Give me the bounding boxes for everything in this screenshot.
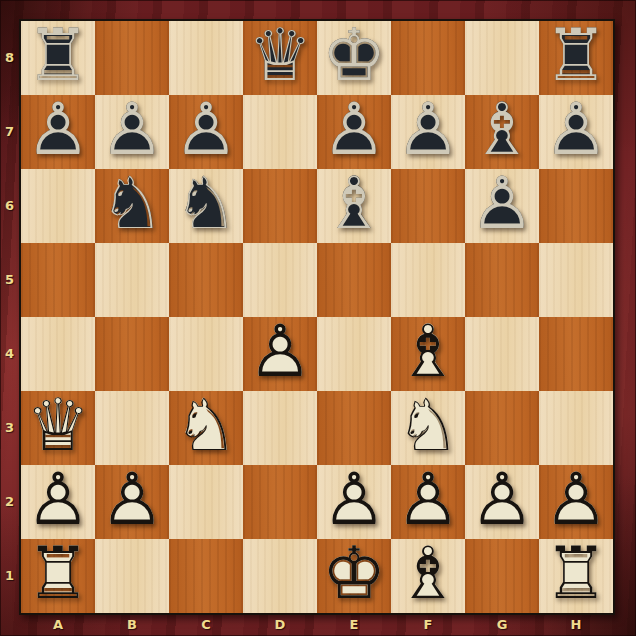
- piece-white-pawn[interactable]: ♟♙: [95, 465, 169, 539]
- square-a7[interactable]: ♟♙: [21, 95, 95, 169]
- square-f7[interactable]: ♟♙: [391, 95, 465, 169]
- piece-white-pawn[interactable]: ♟♙: [391, 465, 465, 539]
- piece-glyph-outline: ♙: [248, 315, 313, 387]
- square-c2[interactable]: [169, 465, 243, 539]
- square-f5[interactable]: [391, 243, 465, 317]
- square-e4[interactable]: [317, 317, 391, 391]
- square-f3[interactable]: ♞♘: [391, 391, 465, 465]
- square-h2[interactable]: ♟♙: [539, 465, 613, 539]
- square-h4[interactable]: [539, 317, 613, 391]
- piece-glyph-outline: ♙: [470, 463, 535, 535]
- piece-glyph-outline: ♙: [544, 463, 609, 535]
- square-c3[interactable]: ♞♘: [169, 391, 243, 465]
- square-g7[interactable]: ♝♗: [465, 95, 539, 169]
- square-b7[interactable]: ♟♙: [95, 95, 169, 169]
- square-h6[interactable]: [539, 169, 613, 243]
- square-e8[interactable]: ♚♔: [317, 21, 391, 95]
- square-c1[interactable]: [169, 539, 243, 613]
- piece-black-rook[interactable]: ♜♖: [539, 21, 613, 95]
- file-label-b: B: [95, 615, 169, 636]
- file-label-f: F: [391, 615, 465, 636]
- square-b6[interactable]: ♞♘: [95, 169, 169, 243]
- square-g8[interactable]: [465, 21, 539, 95]
- square-b1[interactable]: [95, 539, 169, 613]
- file-label-c: C: [169, 615, 243, 636]
- piece-white-king[interactable]: ♚♔: [317, 539, 391, 613]
- square-d3[interactable]: [243, 391, 317, 465]
- rank-label-3: 3: [0, 391, 19, 465]
- piece-glyph-outline: ♙: [544, 93, 609, 165]
- rank-label-5: 5: [0, 243, 19, 317]
- square-f2[interactable]: ♟♙: [391, 465, 465, 539]
- piece-glyph-outline: ♖: [544, 537, 609, 609]
- piece-black-pawn[interactable]: ♟♙: [317, 95, 391, 169]
- square-b8[interactable]: [95, 21, 169, 95]
- square-h3[interactable]: [539, 391, 613, 465]
- piece-white-pawn[interactable]: ♟♙: [21, 465, 95, 539]
- piece-glyph-outline: ♘: [174, 389, 239, 461]
- piece-black-pawn[interactable]: ♟♙: [539, 95, 613, 169]
- square-f8[interactable]: [391, 21, 465, 95]
- square-f6[interactable]: [391, 169, 465, 243]
- piece-glyph-outline: ♘: [100, 167, 165, 239]
- piece-glyph-outline: ♙: [100, 463, 165, 535]
- piece-white-rook[interactable]: ♜♖: [21, 539, 95, 613]
- square-f1[interactable]: ♝♗: [391, 539, 465, 613]
- square-h1[interactable]: ♜♖: [539, 539, 613, 613]
- square-d2[interactable]: [243, 465, 317, 539]
- square-g2[interactable]: ♟♙: [465, 465, 539, 539]
- square-d4[interactable]: ♟♙: [243, 317, 317, 391]
- piece-black-pawn[interactable]: ♟♙: [21, 95, 95, 169]
- piece-glyph-outline: ♔: [322, 19, 387, 91]
- piece-white-pawn[interactable]: ♟♙: [317, 465, 391, 539]
- square-d5[interactable]: [243, 243, 317, 317]
- square-g1[interactable]: [465, 539, 539, 613]
- piece-glyph-outline: ♙: [322, 93, 387, 165]
- rank-label-2: 2: [0, 465, 19, 539]
- square-e6[interactable]: ♝♗: [317, 169, 391, 243]
- square-a2[interactable]: ♟♙: [21, 465, 95, 539]
- piece-black-pawn[interactable]: ♟♙: [391, 95, 465, 169]
- piece-glyph-outline: ♕: [26, 389, 91, 461]
- piece-black-king[interactable]: ♚♔: [317, 21, 391, 95]
- square-b5[interactable]: [95, 243, 169, 317]
- square-a4[interactable]: [21, 317, 95, 391]
- piece-glyph-outline: ♔: [322, 537, 387, 609]
- piece-black-queen[interactable]: ♛♕: [243, 21, 317, 95]
- piece-glyph-outline: ♖: [26, 19, 91, 91]
- file-label-a: A: [21, 615, 95, 636]
- square-f4[interactable]: ♝♗: [391, 317, 465, 391]
- square-g4[interactable]: [465, 317, 539, 391]
- square-e5[interactable]: [317, 243, 391, 317]
- piece-glyph-outline: ♙: [174, 93, 239, 165]
- piece-glyph-outline: ♙: [26, 463, 91, 535]
- piece-glyph-outline: ♙: [100, 93, 165, 165]
- piece-black-bishop[interactable]: ♝♗: [317, 169, 391, 243]
- square-c7[interactable]: ♟♙: [169, 95, 243, 169]
- piece-white-pawn[interactable]: ♟♙: [539, 465, 613, 539]
- piece-glyph-outline: ♗: [396, 315, 461, 387]
- rank-label-8: 8: [0, 21, 19, 95]
- rank-label-7: 7: [0, 95, 19, 169]
- square-h7[interactable]: ♟♙: [539, 95, 613, 169]
- piece-glyph-outline: ♗: [396, 537, 461, 609]
- square-d8[interactable]: ♛♕: [243, 21, 317, 95]
- square-g3[interactable]: [465, 391, 539, 465]
- piece-black-rook[interactable]: ♜♖: [21, 21, 95, 95]
- piece-black-pawn[interactable]: ♟♙: [169, 95, 243, 169]
- board-grid: ♜♖♛♕♚♔♜♖♟♙♟♙♟♙♟♙♟♙♝♗♟♙♞♘♞♘♝♗♟♙♟♙♝♗♛♕♞♘♞♘…: [19, 19, 615, 615]
- square-h5[interactable]: [539, 243, 613, 317]
- piece-white-rook[interactable]: ♜♖: [539, 539, 613, 613]
- square-a1[interactable]: ♜♖: [21, 539, 95, 613]
- piece-black-knight[interactable]: ♞♘: [169, 169, 243, 243]
- square-c5[interactable]: [169, 243, 243, 317]
- square-a3[interactable]: ♛♕: [21, 391, 95, 465]
- square-g5[interactable]: [465, 243, 539, 317]
- piece-black-pawn[interactable]: ♟♙: [95, 95, 169, 169]
- square-d7[interactable]: [243, 95, 317, 169]
- square-b2[interactable]: ♟♙: [95, 465, 169, 539]
- square-c8[interactable]: [169, 21, 243, 95]
- piece-white-knight[interactable]: ♞♘: [391, 391, 465, 465]
- square-e7[interactable]: ♟♙: [317, 95, 391, 169]
- file-label-h: H: [539, 615, 613, 636]
- square-d6[interactable]: [243, 169, 317, 243]
- square-g6[interactable]: ♟♙: [465, 169, 539, 243]
- piece-black-bishop[interactable]: ♝♗: [465, 95, 539, 169]
- piece-white-pawn[interactable]: ♟♙: [243, 317, 317, 391]
- square-h8[interactable]: ♜♖: [539, 21, 613, 95]
- square-b4[interactable]: [95, 317, 169, 391]
- piece-glyph-outline: ♙: [396, 93, 461, 165]
- piece-glyph-outline: ♙: [26, 93, 91, 165]
- piece-glyph-outline: ♖: [544, 19, 609, 91]
- piece-black-pawn[interactable]: ♟♙: [465, 169, 539, 243]
- square-a6[interactable]: [21, 169, 95, 243]
- square-e1[interactable]: ♚♔: [317, 539, 391, 613]
- file-label-e: E: [317, 615, 391, 636]
- square-e2[interactable]: ♟♙: [317, 465, 391, 539]
- piece-glyph-outline: ♙: [470, 167, 535, 239]
- rank-label-1: 1: [0, 539, 19, 613]
- piece-white-bishop[interactable]: ♝♗: [391, 317, 465, 391]
- piece-glyph-outline: ♕: [248, 19, 313, 91]
- piece-glyph-outline: ♙: [396, 463, 461, 535]
- piece-glyph-outline: ♗: [322, 167, 387, 239]
- piece-white-knight[interactable]: ♞♘: [169, 391, 243, 465]
- rank-label-6: 6: [0, 169, 19, 243]
- file-label-d: D: [243, 615, 317, 636]
- piece-glyph-outline: ♙: [322, 463, 387, 535]
- square-e3[interactable]: [317, 391, 391, 465]
- square-c6[interactable]: ♞♘: [169, 169, 243, 243]
- piece-glyph-outline: ♗: [470, 93, 535, 165]
- piece-white-queen[interactable]: ♛♕: [21, 391, 95, 465]
- piece-glyph-outline: ♘: [396, 389, 461, 461]
- square-c4[interactable]: [169, 317, 243, 391]
- piece-black-knight[interactable]: ♞♘: [95, 169, 169, 243]
- rank-label-4: 4: [0, 317, 19, 391]
- piece-glyph-outline: ♖: [26, 537, 91, 609]
- piece-glyph-outline: ♘: [174, 167, 239, 239]
- piece-white-bishop[interactable]: ♝♗: [391, 539, 465, 613]
- chess-board-widget: ♜♖♛♕♚♔♜♖♟♙♟♙♟♙♟♙♟♙♝♗♟♙♞♘♞♘♝♗♟♙♟♙♝♗♛♕♞♘♞♘…: [0, 0, 636, 636]
- file-label-g: G: [465, 615, 539, 636]
- piece-white-pawn[interactable]: ♟♙: [465, 465, 539, 539]
- square-a5[interactable]: [21, 243, 95, 317]
- square-d1[interactable]: [243, 539, 317, 613]
- square-a8[interactable]: ♜♖: [21, 21, 95, 95]
- square-b3[interactable]: [95, 391, 169, 465]
